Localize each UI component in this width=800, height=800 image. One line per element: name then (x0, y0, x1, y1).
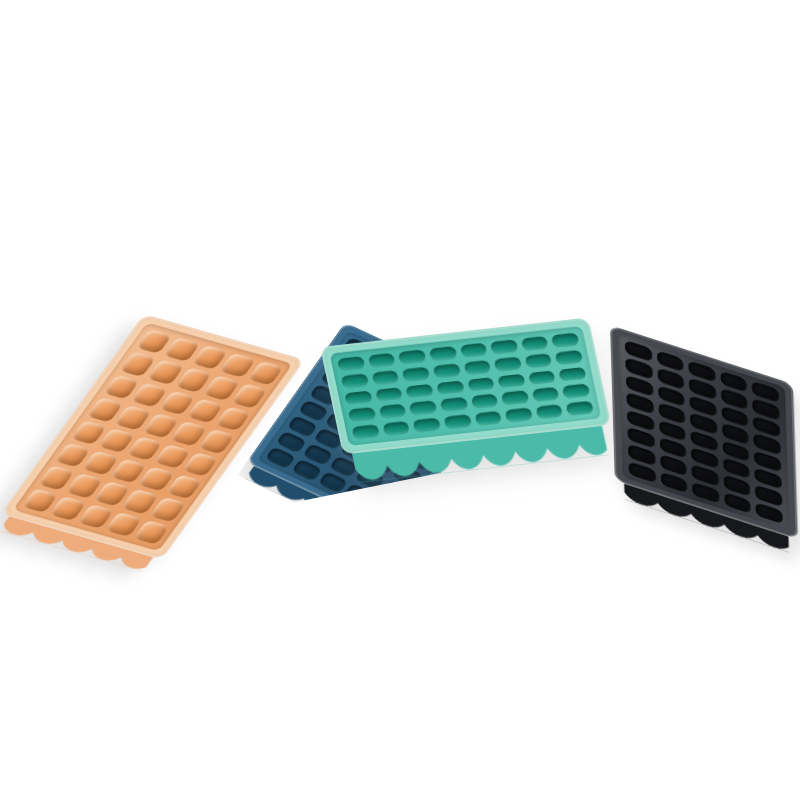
tray-cell (409, 401, 437, 416)
tray-teal (320, 318, 617, 484)
tray-cell (532, 387, 560, 402)
tray-cell (198, 429, 234, 454)
tray-cell (497, 373, 525, 388)
tray-cell (490, 339, 518, 354)
tray-cell (559, 367, 587, 382)
tray-cell (398, 349, 426, 364)
tray-cell (367, 353, 395, 368)
tray-cell (133, 519, 169, 544)
tray-cell (474, 411, 502, 426)
tray-cell (341, 373, 369, 388)
tray-black (610, 325, 798, 556)
tray-cell (182, 451, 218, 476)
tray-teal-cell-grid (330, 326, 602, 446)
tray-cell (371, 370, 399, 385)
tray-cell (467, 377, 495, 392)
tray-cell (459, 343, 487, 358)
photo-background (0, 0, 800, 800)
tray-cell (370, 496, 401, 519)
tray-black-rim (610, 325, 798, 539)
tray-cell (432, 363, 460, 378)
tray-orange-cell-grid (13, 323, 293, 552)
tray-cell (351, 424, 379, 439)
tray-cell (440, 397, 468, 412)
tray-cell (381, 480, 412, 503)
tray-cell (463, 360, 491, 375)
tray-orange-rim (1, 314, 305, 560)
tray-cell (535, 404, 563, 419)
tray-cell (562, 384, 590, 399)
tray-cell (521, 336, 549, 351)
tray-cell (494, 356, 522, 371)
tray-cell (231, 383, 267, 408)
tray-cell (337, 356, 365, 371)
tray-cell (443, 414, 471, 429)
tray-cell (528, 370, 556, 385)
tray-cell (348, 407, 376, 422)
tray-cell (378, 404, 406, 419)
tray-cell (413, 418, 441, 433)
tray-cell (405, 384, 433, 399)
tray-cell (150, 497, 186, 522)
tray-cell (470, 394, 498, 409)
tray-cell (551, 333, 579, 348)
tray-cell (382, 421, 410, 436)
tray-cell (555, 350, 583, 365)
tray-cell (215, 406, 251, 431)
tray-cell (505, 408, 533, 423)
tray-cell (166, 474, 202, 499)
tray-cell (247, 361, 283, 386)
tray-cell (566, 401, 594, 416)
tray-cell (402, 366, 430, 381)
tray-cell (429, 346, 457, 361)
tray-cell (436, 380, 464, 395)
tray-cell (344, 390, 372, 405)
tray-cell (524, 353, 552, 368)
tray-cell (501, 390, 529, 405)
tray-cell (375, 387, 403, 402)
